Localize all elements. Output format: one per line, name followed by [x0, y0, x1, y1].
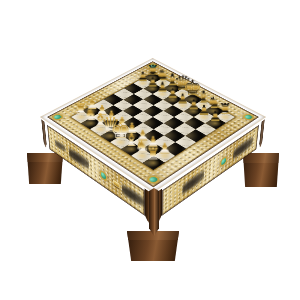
etched-vignette	[55, 138, 66, 153]
etched-vignette	[233, 135, 253, 160]
black-pawn-h7: ♟	[202, 108, 228, 123]
chess-set-product-photo: ♜♟♟♜♞♟♟♞♝♟♟♝♛♟♟♛♚♟♟♚♝♟♟♝♞♟♟♞♜♟♟♜	[0, 0, 300, 300]
white-rook-h1: ♜	[139, 144, 167, 162]
drawer-key	[113, 179, 120, 188]
corner-edge	[149, 188, 159, 236]
perspective-stage: ♜♟♟♜♞♟♟♞♝♟♟♝♛♟♟♛♚♟♟♚♝♟♟♝♞♟♟♞♜♟♟♜	[0, 0, 300, 300]
gem-right-panel	[220, 154, 228, 168]
etched-vignette	[68, 145, 89, 171]
corner-column	[41, 119, 47, 148]
gem-left-panel	[99, 168, 107, 182]
chess-box: ♜♟♟♜♞♟♟♞♝♟♟♝♛♟♟♛♚♟♟♚♝♟♟♝♞♟♟♞♜♟♟♜	[40, 58, 266, 193]
etched-vignette	[122, 182, 145, 210]
corner-column	[259, 119, 265, 148]
etched-vignette	[182, 168, 204, 195]
